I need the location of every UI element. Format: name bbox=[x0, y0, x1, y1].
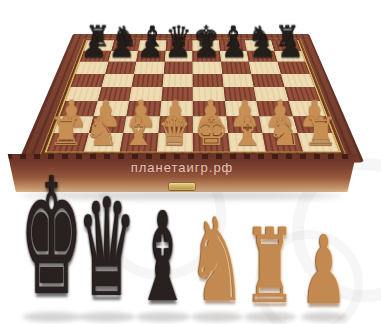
square-c7: ♟ bbox=[136, 51, 165, 62]
square-h3 bbox=[288, 101, 326, 116]
square-h6 bbox=[276, 62, 309, 74]
square-e8: ♚ bbox=[192, 40, 219, 50]
display-black-queen: ♛ bbox=[77, 252, 136, 318]
square-c8: ♝ bbox=[138, 40, 166, 50]
square-e1: ♚ bbox=[192, 133, 229, 151]
square-g5 bbox=[251, 74, 284, 87]
square-f8: ♝ bbox=[218, 40, 246, 50]
square-e2: ♟ bbox=[192, 116, 227, 133]
square-d3 bbox=[159, 101, 192, 116]
black-queen-icon: ♛ bbox=[77, 183, 136, 318]
square-c3 bbox=[126, 101, 161, 116]
square-f3 bbox=[224, 101, 259, 116]
square-g8: ♞ bbox=[244, 40, 273, 50]
wood-rook-icon: ♜ bbox=[244, 215, 296, 318]
square-h4 bbox=[284, 87, 320, 101]
square-e4 bbox=[192, 87, 224, 101]
display-wood-pawn: ♟ bbox=[301, 266, 348, 318]
square-d7: ♟ bbox=[164, 51, 192, 62]
product-photo-chess-set: ♜♞♝♛♚♝♞♜♟♟♟♟♟♟♟♟♟♟♟♟♟♟♟♟♜♞♝♛♚♝♞♜ abcdefg… bbox=[0, 0, 381, 324]
square-a7: ♟ bbox=[79, 51, 110, 62]
square-c6 bbox=[133, 62, 163, 74]
square-b3 bbox=[93, 101, 129, 116]
display-wood-knight: ♞ bbox=[188, 254, 245, 318]
square-h5 bbox=[280, 74, 314, 87]
square-f6 bbox=[220, 62, 250, 74]
wood-pawn-icon: ♟ bbox=[301, 223, 348, 318]
square-d4 bbox=[160, 87, 192, 101]
square-h2: ♟ bbox=[292, 116, 332, 133]
square-f7: ♟ bbox=[219, 51, 248, 62]
square-g2: ♟ bbox=[259, 116, 297, 133]
black-bishop-c8: ♝ bbox=[138, 21, 164, 50]
square-c5 bbox=[131, 74, 163, 87]
wood-knight-icon: ♞ bbox=[188, 203, 245, 318]
square-h1: ♜ bbox=[297, 133, 339, 151]
square-b8: ♞ bbox=[111, 40, 140, 50]
square-d8: ♛ bbox=[165, 40, 192, 50]
square-d2: ♟ bbox=[158, 116, 193, 133]
display-wood-rook: ♜ bbox=[244, 260, 296, 318]
display-black-king: ♚ bbox=[21, 248, 84, 318]
square-c2: ♟ bbox=[123, 116, 159, 133]
square-a3 bbox=[59, 101, 96, 116]
square-d5 bbox=[162, 74, 192, 87]
square-a2: ♟ bbox=[53, 116, 92, 133]
black-bishop-icon: ♝ bbox=[136, 195, 190, 318]
square-b7: ♟ bbox=[108, 51, 138, 62]
chess-board: ♜♞♝♛♚♝♞♜♟♟♟♟♟♟♟♟♟♟♟♟♟♟♟♟♜♞♝♛♚♝♞♜ bbox=[44, 40, 341, 153]
square-d1: ♛ bbox=[156, 133, 193, 151]
square-d6 bbox=[163, 62, 192, 74]
black-bishop-f8: ♝ bbox=[220, 21, 246, 50]
square-g4 bbox=[253, 87, 287, 101]
black-knight-g8: ♞ bbox=[247, 21, 273, 50]
square-b1: ♞ bbox=[83, 133, 123, 151]
black-rook-a8: ♜ bbox=[84, 21, 110, 50]
black-king-e8: ♚ bbox=[193, 21, 219, 50]
square-g6 bbox=[248, 62, 280, 74]
black-queen-d8: ♛ bbox=[165, 21, 191, 50]
square-a4 bbox=[65, 87, 101, 101]
square-b4 bbox=[97, 87, 131, 101]
square-e5 bbox=[192, 74, 223, 87]
square-f4 bbox=[223, 87, 256, 101]
black-king-icon: ♚ bbox=[21, 157, 84, 318]
square-a8: ♜ bbox=[83, 40, 113, 50]
square-f5 bbox=[221, 74, 253, 87]
square-a6 bbox=[75, 62, 108, 74]
square-e3 bbox=[192, 101, 225, 116]
square-g1: ♞ bbox=[262, 133, 302, 151]
square-c4 bbox=[129, 87, 162, 101]
black-rook-h8: ♜ bbox=[274, 21, 300, 50]
square-f1: ♝ bbox=[227, 133, 265, 151]
square-e6 bbox=[192, 62, 221, 74]
square-f2: ♟ bbox=[226, 116, 262, 133]
square-c1: ♝ bbox=[119, 133, 157, 151]
square-b6 bbox=[104, 62, 135, 74]
square-h8: ♜ bbox=[270, 40, 300, 50]
square-a5 bbox=[70, 74, 104, 87]
square-h7: ♟ bbox=[273, 51, 304, 62]
display-black-bishop: ♝ bbox=[136, 258, 190, 318]
square-b2: ♟ bbox=[88, 116, 126, 133]
black-knight-b8: ♞ bbox=[111, 21, 137, 50]
square-g7: ♟ bbox=[246, 51, 276, 62]
display-pieces-row: ♚♛♝♞♜♟ bbox=[0, 179, 381, 324]
square-g3 bbox=[256, 101, 292, 116]
square-e7: ♟ bbox=[192, 51, 220, 62]
square-b5 bbox=[101, 74, 134, 87]
